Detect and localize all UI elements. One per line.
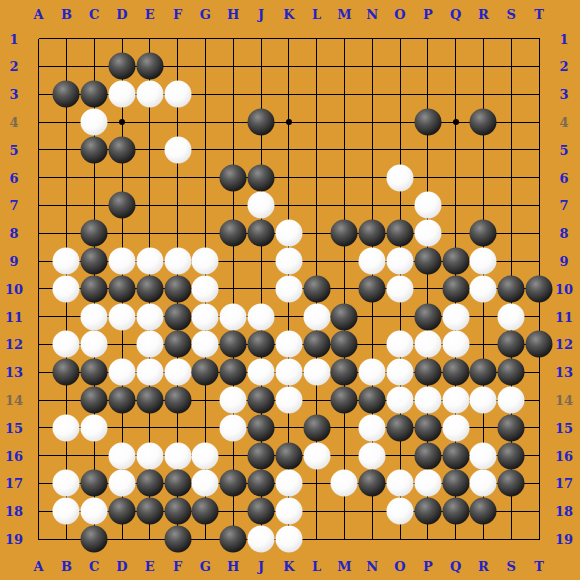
stone-black[interactable] bbox=[192, 359, 219, 386]
stone-white[interactable] bbox=[136, 81, 163, 108]
row-label-left: 8 bbox=[9, 227, 18, 240]
stone-black[interactable] bbox=[526, 275, 553, 302]
column-label-bottom: D bbox=[116, 560, 127, 573]
stone-black[interactable] bbox=[303, 275, 330, 302]
column-label-top: E bbox=[145, 8, 155, 21]
column-label-top: Q bbox=[450, 8, 461, 21]
column-label-top: O bbox=[394, 8, 405, 21]
stone-black[interactable] bbox=[414, 414, 441, 441]
stone-white[interactable] bbox=[387, 331, 414, 358]
stone-white[interactable] bbox=[359, 359, 386, 386]
stone-white[interactable] bbox=[220, 387, 247, 414]
stone-black[interactable] bbox=[526, 331, 553, 358]
stone-black[interactable] bbox=[136, 53, 163, 80]
stone-white[interactable] bbox=[331, 470, 358, 497]
stone-black[interactable] bbox=[109, 136, 136, 163]
go-board-screen: AABBCCDDEEFFGGHHJJKKLLMMNNOOPPQQRRSSTT11… bbox=[0, 0, 580, 580]
stone-white[interactable] bbox=[442, 331, 469, 358]
row-label-right: 14 bbox=[555, 394, 573, 407]
column-label-bottom: O bbox=[394, 560, 405, 573]
stone-white[interactable] bbox=[470, 275, 497, 302]
stone-white[interactable] bbox=[359, 414, 386, 441]
stone-black[interactable] bbox=[136, 275, 163, 302]
column-label-bottom: K bbox=[283, 560, 294, 573]
column-label-bottom: L bbox=[312, 560, 321, 573]
row-label-left: 16 bbox=[5, 449, 23, 462]
stone-black[interactable] bbox=[303, 414, 330, 441]
row-label-right: 3 bbox=[559, 88, 568, 101]
column-label-top: B bbox=[61, 8, 72, 21]
stone-black[interactable] bbox=[414, 359, 441, 386]
column-label-top: N bbox=[366, 8, 378, 21]
star-point bbox=[453, 119, 459, 125]
stone-black[interactable] bbox=[164, 470, 191, 497]
stone-black[interactable] bbox=[414, 248, 441, 275]
stone-black[interactable] bbox=[442, 498, 469, 525]
stone-black[interactable] bbox=[498, 470, 525, 497]
row-label-left: 1 bbox=[9, 32, 18, 45]
stone-black[interactable] bbox=[81, 248, 108, 275]
stone-white[interactable] bbox=[414, 387, 441, 414]
row-label-right: 6 bbox=[559, 171, 568, 184]
stone-black[interactable] bbox=[164, 331, 191, 358]
stone-black[interactable] bbox=[248, 109, 275, 136]
stone-black[interactable] bbox=[248, 414, 275, 441]
stone-white[interactable] bbox=[109, 359, 136, 386]
stone-black[interactable] bbox=[81, 387, 108, 414]
stone-white[interactable] bbox=[470, 248, 497, 275]
stone-white[interactable] bbox=[81, 414, 108, 441]
column-label-top: R bbox=[478, 8, 489, 21]
column-label-bottom: M bbox=[337, 560, 351, 573]
row-label-right: 11 bbox=[555, 310, 573, 323]
row-label-right: 13 bbox=[555, 366, 573, 379]
stone-white[interactable] bbox=[470, 470, 497, 497]
stone-black[interactable] bbox=[442, 442, 469, 469]
stone-white[interactable] bbox=[109, 303, 136, 330]
row-label-right: 1 bbox=[559, 32, 568, 45]
stone-black[interactable] bbox=[109, 498, 136, 525]
row-label-right: 16 bbox=[555, 449, 573, 462]
stone-white[interactable] bbox=[53, 331, 80, 358]
stone-white[interactable] bbox=[275, 387, 302, 414]
row-label-left: 4 bbox=[9, 116, 18, 129]
stone-white[interactable] bbox=[275, 331, 302, 358]
stone-white[interactable] bbox=[303, 442, 330, 469]
stone-black[interactable] bbox=[81, 359, 108, 386]
stone-black[interactable] bbox=[248, 331, 275, 358]
stone-black[interactable] bbox=[109, 387, 136, 414]
column-label-top: C bbox=[89, 8, 99, 21]
stone-black[interactable] bbox=[470, 359, 497, 386]
stone-black[interactable] bbox=[164, 498, 191, 525]
stone-white[interactable] bbox=[81, 498, 108, 525]
column-label-bottom: G bbox=[200, 560, 211, 573]
stone-black[interactable] bbox=[53, 359, 80, 386]
stone-white[interactable] bbox=[164, 359, 191, 386]
stone-white[interactable] bbox=[192, 331, 219, 358]
row-label-left: 10 bbox=[5, 282, 23, 295]
stone-white[interactable] bbox=[414, 331, 441, 358]
row-label-left: 15 bbox=[5, 421, 23, 434]
star-point bbox=[119, 119, 125, 125]
stone-black[interactable] bbox=[81, 81, 108, 108]
stone-black[interactable] bbox=[136, 387, 163, 414]
stone-black[interactable] bbox=[53, 81, 80, 108]
stone-black[interactable] bbox=[81, 220, 108, 247]
stone-white[interactable] bbox=[164, 136, 191, 163]
stone-white[interactable] bbox=[275, 275, 302, 302]
stone-white[interactable] bbox=[359, 442, 386, 469]
stone-white[interactable] bbox=[192, 442, 219, 469]
stone-white[interactable] bbox=[109, 248, 136, 275]
stone-white[interactable] bbox=[81, 331, 108, 358]
stone-white[interactable] bbox=[248, 359, 275, 386]
stone-black[interactable] bbox=[303, 331, 330, 358]
row-label-right: 4 bbox=[559, 116, 568, 129]
row-label-left: 11 bbox=[5, 310, 23, 323]
stone-white[interactable] bbox=[136, 248, 163, 275]
column-label-top: S bbox=[506, 8, 515, 21]
stone-black[interactable] bbox=[414, 303, 441, 330]
stone-white[interactable] bbox=[275, 470, 302, 497]
stone-black[interactable] bbox=[220, 331, 247, 358]
stone-black[interactable] bbox=[442, 275, 469, 302]
row-label-right: 10 bbox=[555, 282, 573, 295]
stone-black[interactable] bbox=[248, 220, 275, 247]
stone-black[interactable] bbox=[359, 387, 386, 414]
stone-black[interactable] bbox=[442, 470, 469, 497]
star-point bbox=[286, 119, 292, 125]
row-label-right: 9 bbox=[559, 255, 568, 268]
stone-white[interactable] bbox=[387, 387, 414, 414]
stone-black[interactable] bbox=[275, 442, 302, 469]
stone-black[interactable] bbox=[81, 136, 108, 163]
stone-white[interactable] bbox=[248, 192, 275, 219]
row-label-left: 13 bbox=[5, 366, 23, 379]
column-label-top: P bbox=[423, 8, 433, 21]
stone-white[interactable] bbox=[53, 275, 80, 302]
stone-black[interactable] bbox=[81, 526, 108, 553]
row-label-right: 7 bbox=[559, 199, 568, 212]
stone-black[interactable] bbox=[442, 248, 469, 275]
stone-white[interactable] bbox=[164, 248, 191, 275]
stone-white[interactable] bbox=[387, 498, 414, 525]
stone-white[interactable] bbox=[109, 442, 136, 469]
row-label-right: 2 bbox=[559, 60, 568, 73]
column-label-top: J bbox=[258, 8, 264, 21]
stone-white[interactable] bbox=[442, 414, 469, 441]
stone-white[interactable] bbox=[164, 81, 191, 108]
row-label-left: 17 bbox=[5, 477, 23, 490]
stone-black[interactable] bbox=[164, 275, 191, 302]
row-label-right: 8 bbox=[559, 227, 568, 240]
column-label-bottom: A bbox=[34, 560, 44, 573]
stone-black[interactable] bbox=[331, 331, 358, 358]
stone-black[interactable] bbox=[470, 220, 497, 247]
stone-white[interactable] bbox=[136, 303, 163, 330]
row-label-left: 9 bbox=[9, 255, 18, 268]
column-label-bottom: B bbox=[61, 560, 72, 573]
stone-black[interactable] bbox=[248, 164, 275, 191]
row-label-left: 2 bbox=[9, 60, 18, 73]
stone-white[interactable] bbox=[498, 387, 525, 414]
row-label-left: 5 bbox=[9, 143, 18, 156]
stone-white[interactable] bbox=[136, 359, 163, 386]
stone-black[interactable] bbox=[331, 359, 358, 386]
stone-white[interactable] bbox=[164, 442, 191, 469]
column-label-bottom: N bbox=[366, 560, 378, 573]
column-label-top: K bbox=[283, 8, 294, 21]
column-label-top: G bbox=[200, 8, 211, 21]
column-label-bottom: S bbox=[506, 560, 515, 573]
column-label-bottom: E bbox=[145, 560, 155, 573]
stone-white[interactable] bbox=[248, 303, 275, 330]
stone-black[interactable] bbox=[248, 387, 275, 414]
row-label-left: 3 bbox=[9, 88, 18, 101]
stone-black[interactable] bbox=[359, 470, 386, 497]
stone-black[interactable] bbox=[387, 220, 414, 247]
column-label-top: T bbox=[534, 8, 544, 21]
column-label-bottom: Q bbox=[450, 560, 461, 573]
stone-white[interactable] bbox=[470, 387, 497, 414]
stone-white[interactable] bbox=[387, 359, 414, 386]
stone-black[interactable] bbox=[470, 498, 497, 525]
stone-white[interactable] bbox=[192, 248, 219, 275]
stone-white[interactable] bbox=[303, 359, 330, 386]
stone-white[interactable] bbox=[81, 109, 108, 136]
stone-white[interactable] bbox=[387, 470, 414, 497]
stone-white[interactable] bbox=[442, 387, 469, 414]
stone-white[interactable] bbox=[192, 275, 219, 302]
stone-black[interactable] bbox=[414, 442, 441, 469]
stone-black[interactable] bbox=[498, 331, 525, 358]
stone-white[interactable] bbox=[275, 220, 302, 247]
row-label-right: 19 bbox=[555, 533, 573, 546]
stone-black[interactable] bbox=[414, 109, 441, 136]
stone-white[interactable] bbox=[248, 526, 275, 553]
column-label-bottom: R bbox=[478, 560, 489, 573]
stone-white[interactable] bbox=[136, 442, 163, 469]
row-label-left: 12 bbox=[5, 338, 23, 351]
row-label-right: 15 bbox=[555, 421, 573, 434]
stone-white[interactable] bbox=[414, 220, 441, 247]
stone-black[interactable] bbox=[331, 220, 358, 247]
stone-black[interactable] bbox=[81, 275, 108, 302]
stone-black[interactable] bbox=[109, 192, 136, 219]
column-label-bottom: F bbox=[173, 560, 182, 573]
stone-white[interactable] bbox=[53, 248, 80, 275]
stone-white[interactable] bbox=[387, 248, 414, 275]
stone-white[interactable] bbox=[192, 303, 219, 330]
column-label-top: D bbox=[116, 8, 127, 21]
stone-black[interactable] bbox=[498, 442, 525, 469]
stone-white[interactable] bbox=[109, 470, 136, 497]
stone-white[interactable] bbox=[414, 470, 441, 497]
column-label-top: F bbox=[173, 8, 182, 21]
stone-white[interactable] bbox=[359, 248, 386, 275]
column-label-bottom: T bbox=[534, 560, 544, 573]
stone-white[interactable] bbox=[53, 414, 80, 441]
row-label-right: 18 bbox=[555, 505, 573, 518]
stone-white[interactable] bbox=[303, 303, 330, 330]
stone-white[interactable] bbox=[136, 331, 163, 358]
stone-black[interactable] bbox=[164, 303, 191, 330]
stone-black[interactable] bbox=[387, 414, 414, 441]
stone-white[interactable] bbox=[498, 303, 525, 330]
stone-white[interactable] bbox=[192, 470, 219, 497]
stone-black[interactable] bbox=[498, 275, 525, 302]
stone-black[interactable] bbox=[136, 498, 163, 525]
stone-white[interactable] bbox=[275, 526, 302, 553]
stone-black[interactable] bbox=[414, 498, 441, 525]
row-label-left: 18 bbox=[5, 505, 23, 518]
row-label-left: 6 bbox=[9, 171, 18, 184]
stone-black[interactable] bbox=[359, 220, 386, 247]
stone-black[interactable] bbox=[248, 498, 275, 525]
stone-black[interactable] bbox=[470, 109, 497, 136]
column-label-bottom: C bbox=[89, 560, 99, 573]
stone-white[interactable] bbox=[387, 275, 414, 302]
stone-black[interactable] bbox=[498, 414, 525, 441]
stone-black[interactable] bbox=[498, 359, 525, 386]
stone-white[interactable] bbox=[53, 470, 80, 497]
stone-white[interactable] bbox=[414, 192, 441, 219]
stone-white[interactable] bbox=[109, 81, 136, 108]
column-label-bottom: P bbox=[423, 560, 433, 573]
row-label-left: 7 bbox=[9, 199, 18, 212]
stone-white[interactable] bbox=[470, 442, 497, 469]
stone-white[interactable] bbox=[220, 414, 247, 441]
stone-white[interactable] bbox=[387, 164, 414, 191]
stone-black[interactable] bbox=[164, 387, 191, 414]
stone-white[interactable] bbox=[53, 498, 80, 525]
column-label-bottom: H bbox=[227, 560, 239, 573]
stone-white[interactable] bbox=[275, 248, 302, 275]
column-label-top: L bbox=[312, 8, 321, 21]
column-label-top: A bbox=[34, 8, 44, 21]
stone-black[interactable] bbox=[248, 442, 275, 469]
row-label-right: 12 bbox=[555, 338, 573, 351]
stone-black[interactable] bbox=[331, 387, 358, 414]
column-label-bottom: J bbox=[258, 560, 264, 573]
stone-black[interactable] bbox=[442, 359, 469, 386]
stone-black[interactable] bbox=[331, 303, 358, 330]
stone-white[interactable] bbox=[275, 359, 302, 386]
row-label-left: 14 bbox=[5, 394, 23, 407]
stone-white[interactable] bbox=[81, 303, 108, 330]
stone-black[interactable] bbox=[220, 359, 247, 386]
stone-white[interactable] bbox=[220, 303, 247, 330]
stone-black[interactable] bbox=[109, 53, 136, 80]
stone-black[interactable] bbox=[248, 470, 275, 497]
row-label-right: 5 bbox=[559, 143, 568, 156]
column-label-top: H bbox=[227, 8, 239, 21]
stone-black[interactable] bbox=[192, 498, 219, 525]
row-label-right: 17 bbox=[555, 477, 573, 490]
grid-vline bbox=[344, 39, 345, 540]
column-label-top: M bbox=[337, 8, 351, 21]
stone-black[interactable] bbox=[220, 220, 247, 247]
stone-black[interactable] bbox=[220, 164, 247, 191]
stone-white[interactable] bbox=[275, 498, 302, 525]
row-label-left: 19 bbox=[5, 533, 23, 546]
stone-black[interactable] bbox=[164, 526, 191, 553]
stone-black[interactable] bbox=[359, 275, 386, 302]
stone-white[interactable] bbox=[442, 303, 469, 330]
stone-black[interactable] bbox=[136, 470, 163, 497]
stone-black[interactable] bbox=[220, 470, 247, 497]
stone-black[interactable] bbox=[109, 275, 136, 302]
stone-black[interactable] bbox=[220, 526, 247, 553]
stone-black[interactable] bbox=[81, 470, 108, 497]
